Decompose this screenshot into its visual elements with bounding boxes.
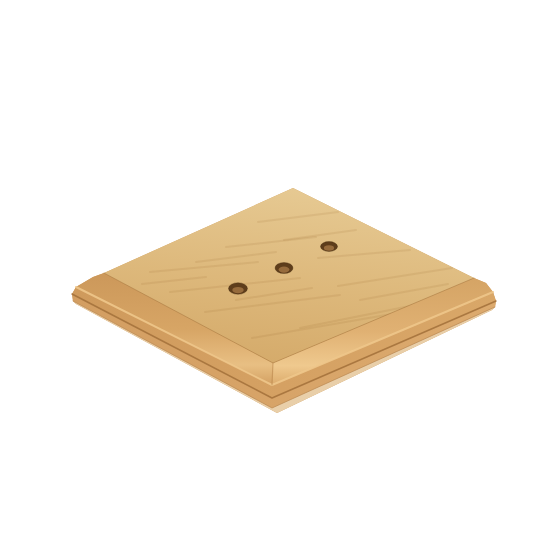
drill-hole-3-inner-wall [324, 245, 334, 251]
page [0, 0, 560, 560]
product-photo-wooden-plinth [0, 0, 560, 560]
drill-hole-1-inner-wall [232, 287, 243, 293]
drill-hole-2-inner-wall [279, 267, 290, 273]
